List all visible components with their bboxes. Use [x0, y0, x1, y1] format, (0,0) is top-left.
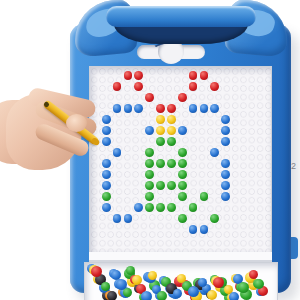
board-bead-g[interactable] [102, 192, 111, 201]
board-bead-b[interactable] [221, 181, 230, 190]
board-bead-r[interactable] [167, 104, 176, 113]
board-bead-b[interactable] [221, 192, 230, 201]
board-bead-b[interactable] [189, 225, 198, 234]
board-bead-g[interactable] [145, 170, 154, 179]
board-bead-g[interactable] [167, 159, 176, 168]
board-bead-b[interactable] [134, 203, 143, 212]
tray-bead-b[interactable] [229, 292, 239, 300]
hand-fingertip [66, 114, 87, 132]
board-bead-g[interactable] [156, 137, 165, 146]
tray-bead-g[interactable] [123, 288, 132, 297]
board-bead-b[interactable] [221, 159, 230, 168]
board-bead-g[interactable] [167, 137, 176, 146]
board-bead-b[interactable] [221, 115, 230, 124]
page-number: 2 [291, 161, 296, 171]
board-bead-y[interactable] [167, 115, 176, 124]
board-bead-g[interactable] [167, 203, 176, 212]
board-sill [89, 252, 272, 262]
bead-tray[interactable] [84, 262, 278, 300]
board-bead-r[interactable] [189, 82, 198, 91]
board-bead-g[interactable] [145, 148, 154, 157]
board-bead-b[interactable] [145, 126, 154, 135]
board-bead-r[interactable] [124, 71, 133, 80]
board-bead-r[interactable] [145, 93, 154, 102]
tray-bead-y[interactable] [207, 290, 217, 300]
board-bead-b[interactable] [134, 104, 143, 113]
tray-bead-k[interactable] [107, 291, 117, 300]
board-bead-g[interactable] [200, 192, 209, 201]
child-hand [0, 86, 120, 186]
tray-bead-g[interactable] [238, 282, 249, 293]
tray-bead-g[interactable] [157, 291, 167, 300]
board-bead-g[interactable] [178, 181, 187, 190]
product-photo-scene: 2 [0, 0, 300, 300]
board-bead-y[interactable] [156, 115, 165, 124]
board-bead-g[interactable] [178, 159, 187, 168]
board-bead-g[interactable] [145, 181, 154, 190]
board-bead-g[interactable] [189, 203, 198, 212]
board-bead-b[interactable] [124, 104, 133, 113]
board-bead-b[interactable] [113, 214, 122, 223]
board-bead-y[interactable] [167, 126, 176, 135]
board-bead-r[interactable] [210, 82, 219, 91]
board-bead-g[interactable] [178, 148, 187, 157]
board-bead-b[interactable] [200, 225, 209, 234]
tray-bead-g[interactable] [254, 279, 264, 289]
board-bead-b[interactable] [221, 126, 230, 135]
board-bead-b[interactable] [221, 137, 230, 146]
board-bead-g[interactable] [156, 159, 165, 168]
board-bead-b[interactable] [189, 104, 198, 113]
board-bead-r[interactable] [156, 104, 165, 113]
board-bead-r[interactable] [178, 93, 187, 102]
board-bead-g[interactable] [178, 192, 187, 201]
board-bead-b[interactable] [210, 148, 219, 157]
tray-bead-r[interactable] [249, 270, 258, 279]
board-bead-r[interactable] [200, 71, 209, 80]
board-bead-y[interactable] [156, 126, 165, 135]
board-bead-b[interactable] [102, 203, 111, 212]
board-bead-b[interactable] [124, 214, 133, 223]
carry-handle[interactable] [106, 6, 256, 27]
board-bead-g[interactable] [167, 181, 176, 190]
board-bead-r[interactable] [134, 82, 143, 91]
board-bead-b[interactable] [210, 104, 219, 113]
board-bead-r[interactable] [134, 71, 143, 80]
board-bead-b[interactable] [221, 170, 230, 179]
board-bead-b[interactable] [200, 104, 209, 113]
board-bead-g[interactable] [145, 159, 154, 168]
tray-bead-b[interactable] [188, 286, 199, 297]
board-bead-g[interactable] [178, 214, 187, 223]
board-bead-r[interactable] [189, 71, 198, 80]
board-bead-g[interactable] [178, 170, 187, 179]
board-bead-b[interactable] [178, 126, 187, 135]
tray-bead-r[interactable] [213, 277, 224, 288]
tray-bead-b[interactable] [173, 289, 182, 298]
tray-bead-b[interactable] [141, 291, 152, 300]
board-bead-g[interactable] [156, 203, 165, 212]
board-bead-g[interactable] [145, 192, 154, 201]
board-bead-g[interactable] [145, 203, 154, 212]
board-bead-g[interactable] [210, 214, 219, 223]
board-bead-g[interactable] [156, 181, 165, 190]
